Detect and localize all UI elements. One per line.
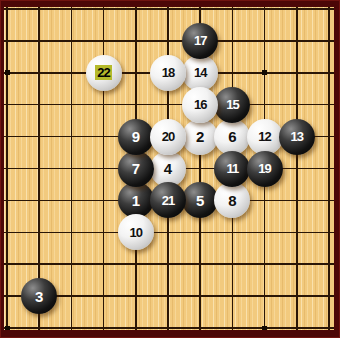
stone-7-black: 7	[118, 151, 154, 187]
stone-number: 19	[258, 162, 270, 175]
stone-4-white: 4	[150, 151, 186, 187]
stone-15-black: 15	[214, 87, 250, 123]
stone-14-white: 14	[182, 55, 218, 91]
stone-17-black: 17	[182, 23, 218, 59]
renju-board-diagram: 12345678910111213141516171819202122	[0, 0, 340, 338]
stone-number: 15	[226, 98, 238, 111]
board-surface[interactable]: 12345678910111213141516171819202122	[4, 7, 334, 330]
stone-18-white: 18	[150, 55, 186, 91]
stone-2-white: 2	[182, 119, 218, 155]
grid-line-horizontal	[4, 327, 334, 329]
stone-8-white: 8	[214, 182, 250, 218]
stone-number: 2	[196, 129, 204, 144]
grid-line-horizontal	[4, 263, 334, 265]
grid-line-horizontal	[4, 40, 334, 42]
star-point	[262, 70, 267, 75]
stone-number: 20	[162, 130, 174, 143]
stone-6-white: 6	[214, 119, 250, 155]
stone-10-white: 10	[118, 214, 154, 250]
star-point	[5, 70, 10, 75]
stone-1-black: 1	[118, 182, 154, 218]
star-point	[262, 326, 267, 331]
stone-number: 4	[164, 161, 172, 176]
stone-22-white: 22	[86, 55, 122, 91]
stone-12-white: 12	[247, 119, 283, 155]
star-point	[5, 326, 10, 331]
stone-16-white: 16	[182, 87, 218, 123]
stone-number: 6	[228, 129, 236, 144]
stone-20-white: 20	[150, 119, 186, 155]
stone-number: 17	[194, 34, 206, 47]
stone-number: 11	[227, 162, 239, 175]
stone-number: 9	[132, 129, 140, 144]
stone-number: 8	[228, 193, 236, 208]
stone-21-black: 21	[150, 182, 186, 218]
stone-number: 16	[194, 98, 206, 111]
stone-number: 1	[132, 193, 140, 208]
stone-3-black: 3	[21, 278, 57, 314]
stone-number: 7	[132, 161, 140, 176]
grid-line-horizontal	[4, 232, 334, 234]
stone-number: 3	[35, 289, 43, 304]
grid-line-horizontal	[4, 104, 334, 106]
stone-number: 18	[162, 66, 174, 79]
stone-5-black: 5	[182, 182, 218, 218]
stone-number: 5	[196, 193, 204, 208]
last-move-number-highlight: 22	[95, 65, 111, 80]
stone-number: 21	[162, 194, 174, 207]
stone-13-black: 13	[279, 119, 315, 155]
stone-19-black: 19	[247, 151, 283, 187]
stone-number: 14	[194, 66, 206, 79]
grid-line-horizontal	[4, 8, 334, 10]
stone-number: 12	[258, 130, 270, 143]
stone-number: 13	[291, 130, 303, 143]
stone-number: 10	[130, 226, 142, 239]
stone-11-black: 11	[214, 151, 250, 187]
stone-9-black: 9	[118, 119, 154, 155]
